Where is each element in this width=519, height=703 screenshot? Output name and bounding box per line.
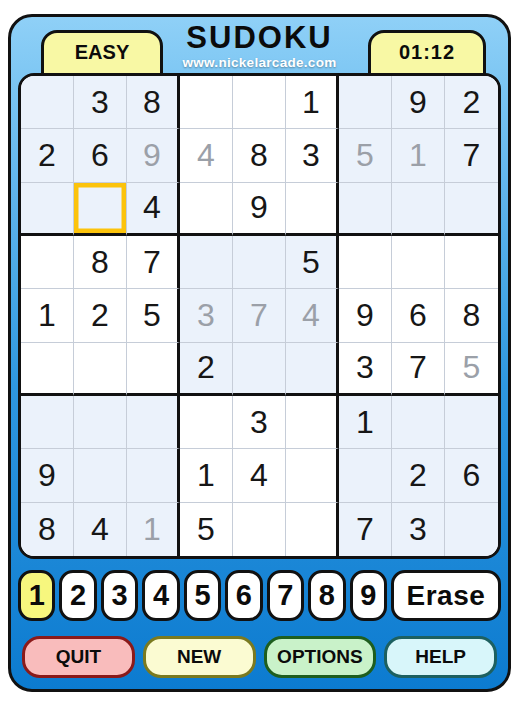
cell-r7c8[interactable] bbox=[392, 396, 445, 449]
cell-r8c4[interactable]: 1 bbox=[180, 449, 233, 502]
cell-r1c7[interactable] bbox=[339, 76, 392, 129]
cell-r7c5[interactable]: 3 bbox=[233, 396, 286, 449]
cell-r5c5[interactable]: 7 bbox=[233, 289, 286, 342]
cell-r9c4[interactable]: 5 bbox=[180, 503, 233, 556]
cell-r9c1[interactable]: 8 bbox=[21, 503, 74, 556]
cell-r8c6[interactable] bbox=[286, 449, 339, 502]
cell-r4c2[interactable]: 8 bbox=[74, 236, 127, 289]
number-button-5[interactable]: 5 bbox=[184, 570, 221, 621]
number-button-4[interactable]: 4 bbox=[142, 570, 179, 621]
cell-r5c1[interactable]: 1 bbox=[21, 289, 74, 342]
cell-r3c8[interactable] bbox=[392, 183, 445, 236]
cell-r3c7[interactable] bbox=[339, 183, 392, 236]
footer-bar: QUITNEWOPTIONSHELP bbox=[22, 636, 497, 678]
cell-r8c2[interactable] bbox=[74, 449, 127, 502]
cell-r6c6[interactable] bbox=[286, 343, 339, 396]
cell-r8c1[interactable]: 9 bbox=[21, 449, 74, 502]
cell-r8c7[interactable] bbox=[339, 449, 392, 502]
cell-r7c1[interactable] bbox=[21, 396, 74, 449]
cell-r3c4[interactable] bbox=[180, 183, 233, 236]
cell-r2c2[interactable]: 6 bbox=[74, 129, 127, 182]
cell-r2c8[interactable]: 1 bbox=[392, 129, 445, 182]
cell-r2c1[interactable]: 2 bbox=[21, 129, 74, 182]
cell-r4c3[interactable]: 7 bbox=[127, 236, 180, 289]
cell-r1c2[interactable]: 3 bbox=[74, 76, 127, 129]
options-button[interactable]: OPTIONS bbox=[264, 636, 377, 678]
cell-r7c9[interactable] bbox=[445, 396, 498, 449]
cell-r1c3[interactable]: 8 bbox=[127, 76, 180, 129]
cell-r5c8[interactable]: 6 bbox=[392, 289, 445, 342]
cell-r9c8[interactable]: 3 bbox=[392, 503, 445, 556]
cell-r1c8[interactable]: 9 bbox=[392, 76, 445, 129]
cell-r5c7[interactable]: 9 bbox=[339, 289, 392, 342]
cell-r1c4[interactable] bbox=[180, 76, 233, 129]
cell-r9c2[interactable]: 4 bbox=[74, 503, 127, 556]
cell-r4c7[interactable] bbox=[339, 236, 392, 289]
cell-r7c4[interactable] bbox=[180, 396, 233, 449]
number-button-9[interactable]: 9 bbox=[350, 570, 387, 621]
help-button[interactable]: HELP bbox=[384, 636, 497, 678]
number-button-8[interactable]: 8 bbox=[308, 570, 345, 621]
cell-r5c6[interactable]: 4 bbox=[286, 289, 339, 342]
cell-r6c2[interactable] bbox=[74, 343, 127, 396]
cell-r3c5[interactable]: 9 bbox=[233, 183, 286, 236]
cell-r9c6[interactable] bbox=[286, 503, 339, 556]
cell-r2c6[interactable]: 3 bbox=[286, 129, 339, 182]
cell-r2c3[interactable]: 9 bbox=[127, 129, 180, 182]
cell-r9c7[interactable]: 7 bbox=[339, 503, 392, 556]
cell-r6c9[interactable]: 5 bbox=[445, 343, 498, 396]
cell-r1c1[interactable] bbox=[21, 76, 74, 129]
cell-r1c9[interactable]: 2 bbox=[445, 76, 498, 129]
cell-r4c4[interactable] bbox=[180, 236, 233, 289]
cell-r4c9[interactable] bbox=[445, 236, 498, 289]
number-button-6[interactable]: 6 bbox=[225, 570, 262, 621]
cell-r2c7[interactable]: 5 bbox=[339, 129, 392, 182]
cell-r6c8[interactable]: 7 bbox=[392, 343, 445, 396]
cell-r6c3[interactable] bbox=[127, 343, 180, 396]
cell-r1c6[interactable]: 1 bbox=[286, 76, 339, 129]
cell-r5c9[interactable]: 8 bbox=[445, 289, 498, 342]
difficulty-label: EASY bbox=[75, 41, 129, 64]
quit-button[interactable]: QUIT bbox=[22, 636, 135, 678]
cell-r8c3[interactable] bbox=[127, 449, 180, 502]
sudoku-board: 3819226948351749875125374968237531914268… bbox=[18, 73, 501, 559]
number-pad: 123456789Erase bbox=[18, 570, 501, 621]
cell-r2c4[interactable]: 4 bbox=[180, 129, 233, 182]
cell-r5c2[interactable]: 2 bbox=[74, 289, 127, 342]
timer-value: 01:12 bbox=[399, 41, 455, 64]
cell-r6c4[interactable]: 2 bbox=[180, 343, 233, 396]
cell-r7c3[interactable] bbox=[127, 396, 180, 449]
cell-r7c6[interactable] bbox=[286, 396, 339, 449]
cell-r5c4[interactable]: 3 bbox=[180, 289, 233, 342]
cell-r8c5[interactable]: 4 bbox=[233, 449, 286, 502]
cell-r6c1[interactable] bbox=[21, 343, 74, 396]
cell-r5c3[interactable]: 5 bbox=[127, 289, 180, 342]
cell-r4c5[interactable] bbox=[233, 236, 286, 289]
app-frame: SUDOKU www.nickelarcade.com EASY 01:12 3… bbox=[8, 14, 511, 692]
number-button-2[interactable]: 2 bbox=[59, 570, 96, 621]
cell-r6c7[interactable]: 3 bbox=[339, 343, 392, 396]
number-button-7[interactable]: 7 bbox=[267, 570, 304, 621]
cell-r3c1[interactable] bbox=[21, 183, 74, 236]
cell-r3c3[interactable]: 4 bbox=[127, 183, 180, 236]
cell-r2c5[interactable]: 8 bbox=[233, 129, 286, 182]
cell-r6c5[interactable] bbox=[233, 343, 286, 396]
cell-r3c2[interactable] bbox=[74, 183, 127, 236]
cell-r8c9[interactable]: 6 bbox=[445, 449, 498, 502]
cell-r8c8[interactable]: 2 bbox=[392, 449, 445, 502]
cell-r4c8[interactable] bbox=[392, 236, 445, 289]
cell-r9c5[interactable] bbox=[233, 503, 286, 556]
cell-r3c9[interactable] bbox=[445, 183, 498, 236]
number-button-3[interactable]: 3 bbox=[101, 570, 138, 621]
new-button[interactable]: NEW bbox=[143, 636, 256, 678]
cell-r1c5[interactable] bbox=[233, 76, 286, 129]
cell-r4c1[interactable] bbox=[21, 236, 74, 289]
cell-r7c7[interactable]: 1 bbox=[339, 396, 392, 449]
cell-r9c3[interactable]: 1 bbox=[127, 503, 180, 556]
cell-r9c9[interactable] bbox=[445, 503, 498, 556]
cell-r2c9[interactable]: 7 bbox=[445, 129, 498, 182]
cell-r7c2[interactable] bbox=[74, 396, 127, 449]
erase-button[interactable]: Erase bbox=[391, 570, 501, 621]
number-button-1[interactable]: 1 bbox=[18, 570, 55, 621]
cell-r4c6[interactable]: 5 bbox=[286, 236, 339, 289]
cell-r3c6[interactable] bbox=[286, 183, 339, 236]
